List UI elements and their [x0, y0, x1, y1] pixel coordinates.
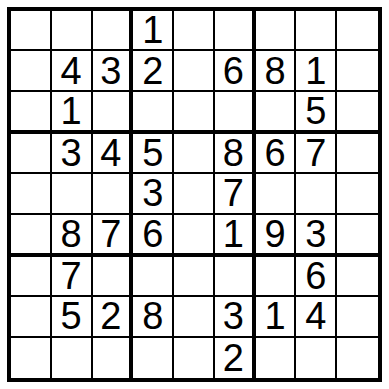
- cell-r3c1[interactable]: [11, 92, 52, 134]
- given-digit: 3: [61, 134, 82, 172]
- given-digit: 6: [264, 134, 285, 172]
- cell-r2c9[interactable]: [337, 51, 378, 91]
- cell-r1c9[interactable]: [337, 11, 378, 51]
- cell-r1c3[interactable]: [93, 11, 134, 51]
- given-digit: 5: [61, 297, 82, 335]
- given-digit: 7: [61, 257, 82, 295]
- cell-r2c4[interactable]: 2: [133, 51, 174, 91]
- cell-r9c7[interactable]: [256, 338, 297, 378]
- cell-r4c9[interactable]: [337, 134, 378, 174]
- given-digit: 9: [264, 215, 285, 253]
- given-digit: 1: [264, 297, 285, 335]
- cell-r6c9[interactable]: [337, 215, 378, 257]
- cell-r1c1[interactable]: [11, 11, 52, 51]
- cell-r5c1[interactable]: [11, 174, 52, 214]
- given-digit: 8: [142, 297, 163, 335]
- cell-r4c3[interactable]: 4: [93, 134, 134, 174]
- cell-r5c5[interactable]: [174, 174, 215, 214]
- given-digit: 2: [100, 297, 121, 335]
- cell-r2c7[interactable]: 8: [256, 51, 297, 91]
- given-digit: 6: [223, 52, 244, 90]
- sudoku-page: 14326811534586737876193765283142: [0, 0, 389, 389]
- cell-r1c6[interactable]: [215, 11, 256, 51]
- cell-r5c4[interactable]: 3: [133, 174, 174, 214]
- cell-r6c8[interactable]: 3: [296, 215, 337, 257]
- cell-r1c5[interactable]: [174, 11, 215, 51]
- cell-r4c1[interactable]: [11, 134, 52, 174]
- cell-r4c4[interactable]: 5: [133, 134, 174, 174]
- cell-r7c2[interactable]: 7: [52, 257, 93, 297]
- cell-r6c3[interactable]: 7: [93, 215, 134, 257]
- given-digit: 8: [61, 215, 82, 253]
- cell-r9c5[interactable]: [174, 338, 215, 378]
- cell-r7c4[interactable]: [133, 257, 174, 297]
- cell-r9c4[interactable]: [133, 338, 174, 378]
- cell-r8c2[interactable]: 5: [52, 297, 93, 337]
- cell-r5c9[interactable]: [337, 174, 378, 214]
- cell-r8c3[interactable]: 2: [93, 297, 134, 337]
- cell-r9c2[interactable]: [52, 338, 93, 378]
- cell-r8c5[interactable]: [174, 297, 215, 337]
- cell-r5c8[interactable]: [296, 174, 337, 214]
- cell-r5c7[interactable]: [256, 174, 297, 214]
- cell-r7c9[interactable]: [337, 257, 378, 297]
- given-digit: 2: [223, 339, 244, 377]
- cell-r6c6[interactable]: 1: [215, 215, 256, 257]
- cell-r9c1[interactable]: [11, 338, 52, 378]
- cell-r8c9[interactable]: [337, 297, 378, 337]
- cell-r3c8[interactable]: 5: [296, 92, 337, 134]
- cell-r5c3[interactable]: [93, 174, 134, 214]
- cell-r1c4[interactable]: 1: [133, 11, 174, 51]
- cell-r5c6[interactable]: 7: [215, 174, 256, 214]
- cell-r3c2[interactable]: 1: [52, 92, 93, 134]
- cell-r2c5[interactable]: [174, 51, 215, 91]
- given-digit: 3: [100, 52, 121, 90]
- given-digit: 8: [264, 52, 285, 90]
- cell-r9c3[interactable]: [93, 338, 134, 378]
- cell-r3c6[interactable]: [215, 92, 256, 134]
- cell-r6c5[interactable]: [174, 215, 215, 257]
- given-digit: 6: [305, 257, 326, 295]
- cell-r4c7[interactable]: 6: [256, 134, 297, 174]
- cell-r4c5[interactable]: [174, 134, 215, 174]
- cell-r3c3[interactable]: [93, 92, 134, 134]
- cell-r3c7[interactable]: [256, 92, 297, 134]
- given-digit: 5: [305, 92, 326, 130]
- cell-r1c7[interactable]: [256, 11, 297, 51]
- given-digit: 1: [142, 11, 163, 49]
- given-digit: 5: [142, 134, 163, 172]
- given-digit: 1: [61, 92, 82, 130]
- cell-r9c6[interactable]: 2: [215, 338, 256, 378]
- cell-r2c3[interactable]: 3: [93, 51, 134, 91]
- cell-r8c7[interactable]: 1: [256, 297, 297, 337]
- given-digit: 4: [100, 134, 121, 172]
- cell-r7c6[interactable]: [215, 257, 256, 297]
- cell-r7c3[interactable]: [93, 257, 134, 297]
- cell-r6c2[interactable]: 8: [52, 215, 93, 257]
- given-digit: 3: [223, 297, 244, 335]
- cell-r4c2[interactable]: 3: [52, 134, 93, 174]
- cell-r2c6[interactable]: 6: [215, 51, 256, 91]
- cell-r3c5[interactable]: [174, 92, 215, 134]
- cell-r8c6[interactable]: 3: [215, 297, 256, 337]
- cell-r2c8[interactable]: 1: [296, 51, 337, 91]
- cell-r6c7[interactable]: 9: [256, 215, 297, 257]
- given-digit: 8: [223, 134, 244, 172]
- cell-r7c1[interactable]: [11, 257, 52, 297]
- cell-r5c2[interactable]: [52, 174, 93, 214]
- cell-r4c8[interactable]: 7: [296, 134, 337, 174]
- given-digit: 1: [305, 52, 326, 90]
- given-digit: 7: [100, 215, 121, 253]
- cell-r4c6[interactable]: 8: [215, 134, 256, 174]
- given-digit: 6: [142, 215, 163, 253]
- given-digit: 2: [142, 52, 163, 90]
- given-digit: 7: [305, 134, 326, 172]
- cell-r9c9[interactable]: [337, 338, 378, 378]
- given-digit: 3: [305, 215, 326, 253]
- cell-r8c8[interactable]: 4: [296, 297, 337, 337]
- cell-r6c4[interactable]: 6: [133, 215, 174, 257]
- cell-r2c1[interactable]: [11, 51, 52, 91]
- cell-r8c1[interactable]: [11, 297, 52, 337]
- cell-r6c1[interactable]: [11, 215, 52, 257]
- cell-r1c8[interactable]: [296, 11, 337, 51]
- given-digit: 4: [61, 52, 82, 90]
- sudoku-board: 14326811534586737876193765283142: [7, 7, 382, 382]
- given-digit: 1: [223, 215, 244, 253]
- cell-r7c5[interactable]: [174, 257, 215, 297]
- cell-r1c2[interactable]: [52, 11, 93, 51]
- cell-r7c8[interactable]: 6: [296, 257, 337, 297]
- cell-r2c2[interactable]: 4: [52, 51, 93, 91]
- cell-r3c9[interactable]: [337, 92, 378, 134]
- given-digit: 4: [305, 297, 326, 335]
- given-digit: 3: [142, 174, 163, 212]
- cell-r8c4[interactable]: 8: [133, 297, 174, 337]
- cell-r7c7[interactable]: [256, 257, 297, 297]
- cell-r9c8[interactable]: [296, 338, 337, 378]
- given-digit: 7: [223, 174, 244, 212]
- cell-r3c4[interactable]: [133, 92, 174, 134]
